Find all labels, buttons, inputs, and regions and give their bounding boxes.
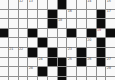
black-cell [38, 38, 47, 47]
grid-cell[interactable]: 28 [28, 67, 37, 76]
grid-cell[interactable]: 20 [87, 38, 96, 47]
black-cell [97, 58, 106, 67]
crossword-grid: 121314151617181920212223242526272829 [0, 0, 115, 80]
grid-cell[interactable] [28, 19, 37, 28]
grid-cell[interactable] [106, 38, 115, 47]
grid-cell[interactable] [9, 10, 18, 19]
grid-cell[interactable] [106, 19, 115, 28]
grid-cell[interactable] [48, 0, 57, 9]
black-cell [28, 48, 37, 57]
grid-cell[interactable] [19, 19, 28, 28]
grid-cell[interactable] [0, 19, 8, 28]
grid-cell[interactable] [106, 48, 115, 57]
grid-cell[interactable] [9, 58, 18, 67]
grid-cell[interactable] [9, 19, 18, 28]
grid-cell[interactable] [87, 77, 96, 80]
grid-cell[interactable] [0, 38, 8, 47]
black-cell [48, 48, 57, 57]
grid-cell[interactable] [48, 77, 57, 80]
grid-cell[interactable] [97, 77, 106, 80]
grid-cell[interactable] [9, 77, 18, 80]
black-cell [77, 48, 86, 57]
grid-cell[interactable] [0, 67, 8, 76]
grid-cell[interactable] [9, 0, 18, 9]
clue-number: 14 [87, 0, 91, 3]
clue-number: 25 [68, 58, 72, 61]
grid-cell[interactable]: 29 [106, 67, 115, 76]
grid-cell[interactable] [38, 77, 47, 80]
grid-cell[interactable] [67, 19, 76, 28]
grid-cell[interactable]: 19 [97, 29, 106, 38]
grid-cell[interactable] [38, 19, 47, 28]
clue-number: 18 [58, 19, 62, 22]
grid-cell[interactable] [9, 29, 18, 38]
grid-cell[interactable] [19, 67, 28, 76]
grid-cell[interactable] [48, 67, 57, 76]
clue-number: 26 [87, 58, 91, 61]
clue-number: 19 [97, 29, 101, 32]
clue-number: 27 [107, 58, 111, 61]
grid-cell[interactable] [19, 58, 28, 67]
black-cell [28, 29, 37, 38]
grid-cell[interactable]: 15 [106, 0, 115, 9]
grid-cell[interactable] [97, 0, 106, 9]
grid-cell[interactable] [28, 58, 37, 67]
black-cell [97, 19, 106, 28]
grid-cell[interactable] [0, 58, 8, 67]
grid-cell[interactable] [77, 0, 86, 9]
grid-cell[interactable] [28, 10, 37, 19]
grid-cell[interactable] [87, 19, 96, 28]
grid-cell[interactable]: 25 [67, 58, 76, 67]
black-cell [97, 10, 106, 19]
black-cell [67, 29, 76, 38]
grid-cell[interactable] [77, 67, 86, 76]
grid-cell[interactable] [48, 29, 57, 38]
grid-cell[interactable] [58, 38, 67, 47]
grid-cell[interactable] [77, 10, 86, 19]
grid-cell[interactable] [67, 77, 76, 80]
grid-cell[interactable] [19, 10, 28, 19]
black-cell [97, 48, 106, 57]
crossword-board: 121314151617181920212223242526272829 [0, 0, 115, 80]
grid-cell[interactable]: 27 [106, 58, 115, 67]
grid-cell[interactable] [38, 10, 47, 19]
grid-cell[interactable] [19, 77, 28, 80]
black-cell [58, 0, 67, 9]
black-cell [0, 29, 8, 38]
grid-cell[interactable] [87, 48, 96, 57]
black-cell [58, 58, 67, 67]
grid-cell[interactable] [38, 29, 47, 38]
grid-cell[interactable]: 21 [9, 48, 18, 57]
grid-cell[interactable] [77, 29, 86, 38]
black-cell [48, 19, 57, 28]
grid-cell[interactable]: 18 [58, 19, 67, 28]
grid-cell[interactable] [67, 38, 76, 47]
grid-cell[interactable] [19, 29, 28, 38]
grid-cell[interactable]: 24 [38, 58, 47, 67]
clue-number: 12 [19, 0, 23, 3]
clue-number: 24 [39, 58, 43, 61]
grid-cell[interactable] [48, 38, 57, 47]
clue-number: 23 [68, 48, 72, 51]
grid-cell[interactable] [67, 0, 76, 9]
grid-cell[interactable] [38, 0, 47, 9]
grid-cell[interactable] [9, 67, 18, 76]
clue-number: 15 [107, 0, 111, 3]
grid-cell[interactable] [77, 38, 86, 47]
clue-number: 22 [19, 48, 23, 51]
grid-cell[interactable]: 13 [28, 0, 37, 9]
grid-cell[interactable] [28, 38, 37, 47]
grid-cell[interactable] [67, 67, 76, 76]
grid-cell[interactable] [87, 67, 96, 76]
clue-number: 16 [68, 10, 72, 13]
grid-cell[interactable]: 16 [67, 10, 76, 19]
black-cell [48, 58, 57, 67]
grid-cell[interactable]: 26 [87, 58, 96, 67]
grid-cell[interactable] [97, 67, 106, 76]
grid-cell[interactable] [0, 48, 8, 57]
grid-cell[interactable] [106, 77, 115, 80]
grid-cell[interactable] [58, 48, 67, 57]
black-cell [87, 29, 96, 38]
black-cell [58, 77, 67, 80]
black-cell [77, 58, 86, 67]
grid-cell[interactable]: 22 [19, 48, 28, 57]
grid-cell[interactable]: 23 [67, 48, 76, 57]
clue-number: 17 [107, 10, 111, 13]
black-cell [97, 38, 106, 47]
black-cell [38, 67, 47, 76]
black-cell [106, 29, 115, 38]
grid-cell[interactable] [77, 19, 86, 28]
grid-cell[interactable] [87, 10, 96, 19]
grid-cell[interactable] [9, 38, 18, 47]
grid-cell[interactable] [38, 48, 47, 57]
grid-cell[interactable] [0, 0, 8, 9]
clue-number: 20 [87, 39, 91, 42]
grid-cell[interactable]: 17 [106, 10, 115, 19]
grid-cell[interactable] [58, 29, 67, 38]
grid-cell[interactable] [28, 77, 37, 80]
clue-number: 21 [9, 48, 13, 51]
grid-cell[interactable]: 12 [19, 0, 28, 9]
grid-cell[interactable] [19, 38, 28, 47]
grid-cell[interactable] [58, 10, 67, 19]
grid-cell[interactable] [77, 77, 86, 80]
clue-number: 13 [29, 0, 33, 3]
clue-number: 29 [107, 67, 111, 70]
grid-cell[interactable] [0, 10, 8, 19]
grid-cell[interactable] [0, 77, 8, 80]
black-cell [48, 10, 57, 19]
clue-number: 28 [29, 67, 33, 70]
black-cell [58, 67, 67, 76]
grid-cell[interactable]: 14 [87, 0, 96, 9]
